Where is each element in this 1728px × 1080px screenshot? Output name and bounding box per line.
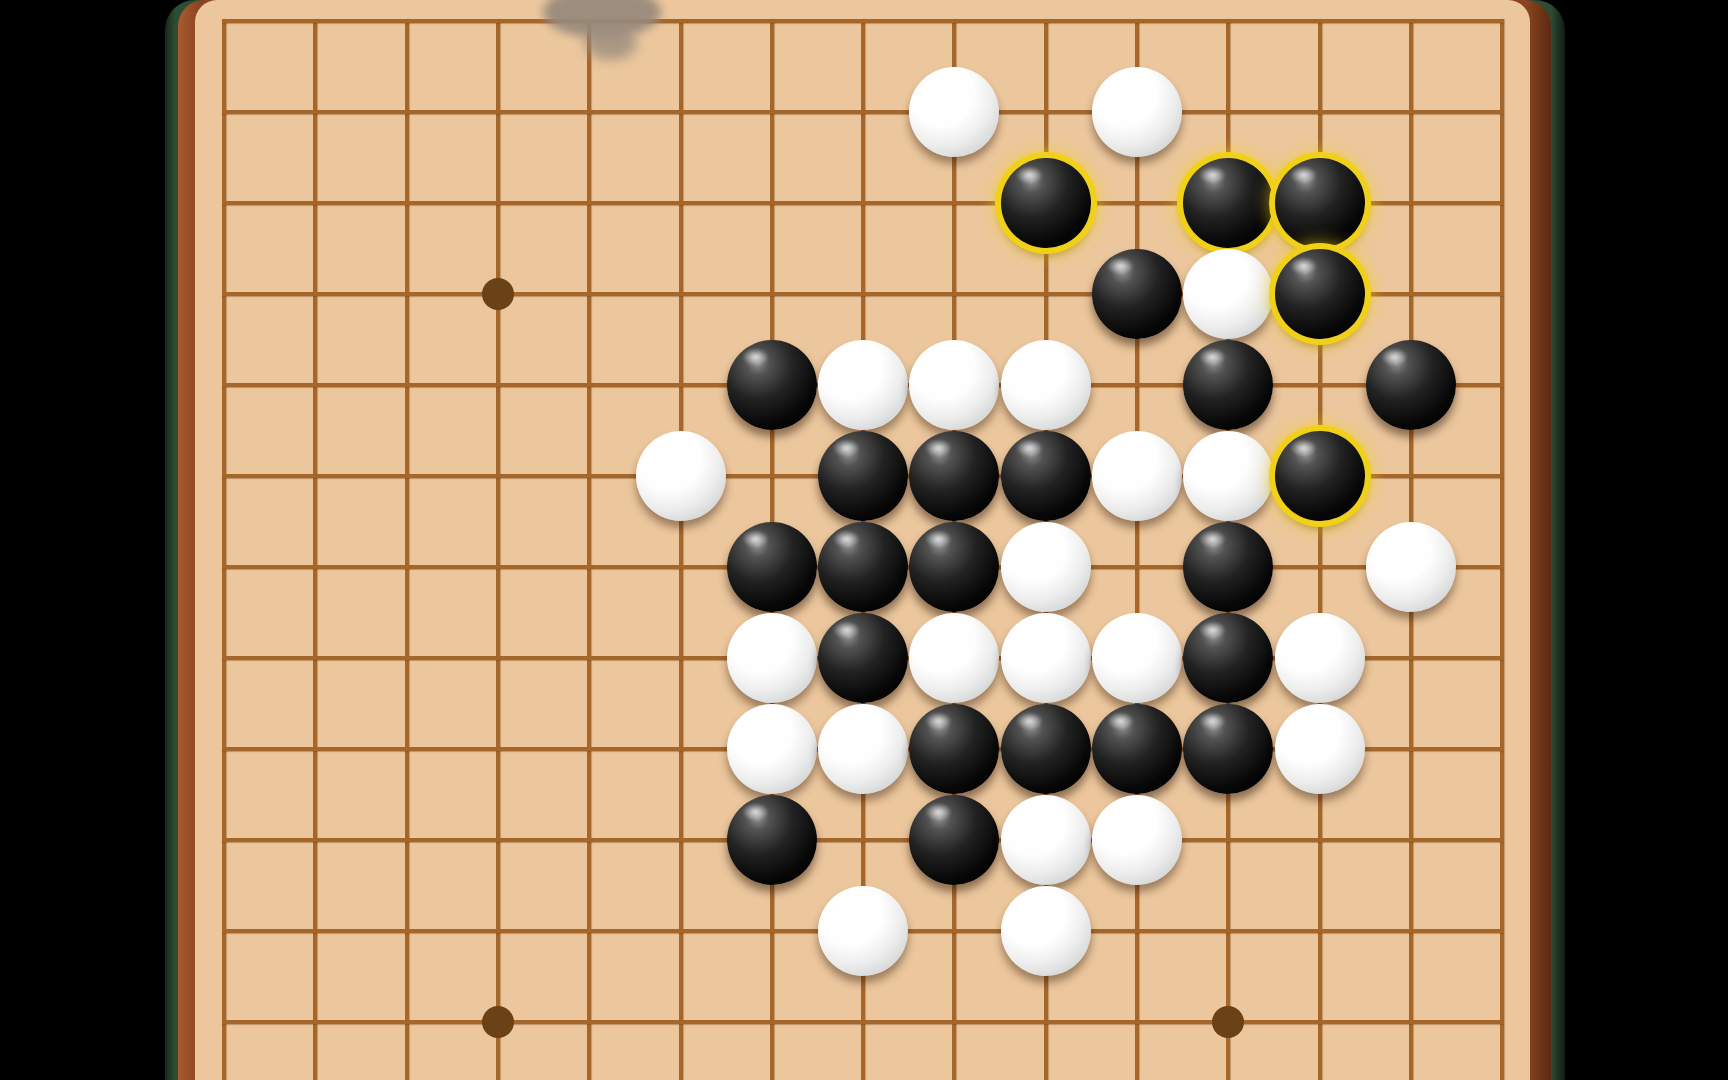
black-stone[interactable] [818,522,908,612]
white-stone[interactable] [1001,522,1091,612]
grid-line-vertical [587,19,591,1080]
grid-line-vertical [405,19,409,1080]
black-stone[interactable] [727,522,817,612]
grid-line-vertical [313,19,317,1080]
board-stain-drip [585,26,637,60]
game-screen [0,0,1728,1080]
white-stone[interactable] [636,431,726,521]
grid-line-vertical [1500,19,1504,1080]
black-stone[interactable] [1183,704,1273,794]
grid-line-horizontal [222,110,1504,114]
black-stone[interactable] [1183,613,1273,703]
black-stone[interactable] [1183,158,1273,248]
white-stone[interactable] [727,613,817,703]
white-stone[interactable] [1092,431,1182,521]
black-stone[interactable] [1092,704,1182,794]
black-stone[interactable] [909,431,999,521]
black-stone[interactable] [818,613,908,703]
black-stone[interactable] [727,340,817,430]
black-stone[interactable] [909,704,999,794]
black-stone[interactable] [1001,158,1091,248]
star-point [482,1006,514,1038]
black-stone[interactable] [1092,249,1182,339]
white-stone[interactable] [1275,704,1365,794]
grid-line-vertical [679,19,683,1080]
black-stone[interactable] [1001,704,1091,794]
black-stone[interactable] [909,795,999,885]
white-stone[interactable] [818,340,908,430]
white-stone[interactable] [1366,522,1456,612]
black-stone[interactable] [1183,522,1273,612]
white-stone[interactable] [1001,795,1091,885]
white-stone[interactable] [1183,249,1273,339]
black-stone[interactable] [1275,249,1365,339]
white-stone[interactable] [909,613,999,703]
white-stone[interactable] [818,886,908,976]
black-stone[interactable] [1275,158,1365,248]
grid-line-horizontal [222,838,1504,842]
white-stone[interactable] [909,67,999,157]
white-stone[interactable] [1001,613,1091,703]
white-stone[interactable] [727,704,817,794]
white-stone[interactable] [1183,431,1273,521]
black-stone[interactable] [818,431,908,521]
white-stone[interactable] [818,704,908,794]
black-stone[interactable] [1366,340,1456,430]
white-stone[interactable] [1092,613,1182,703]
white-stone[interactable] [1275,613,1365,703]
grid-line-vertical [1135,19,1139,1080]
black-stone[interactable] [1183,340,1273,430]
white-stone[interactable] [909,340,999,430]
white-stone[interactable] [1092,795,1182,885]
grid-line-vertical [222,19,226,1080]
star-point [1212,1006,1244,1038]
black-stone[interactable] [909,522,999,612]
black-stone[interactable] [1001,431,1091,521]
white-stone[interactable] [1092,67,1182,157]
star-point [482,278,514,310]
white-stone[interactable] [1001,886,1091,976]
grid-line-horizontal [222,19,1504,23]
black-stone[interactable] [727,795,817,885]
black-stone[interactable] [1275,431,1365,521]
white-stone[interactable] [1001,340,1091,430]
grid-line-vertical [496,19,500,1080]
grid-line-horizontal [222,1020,1504,1024]
